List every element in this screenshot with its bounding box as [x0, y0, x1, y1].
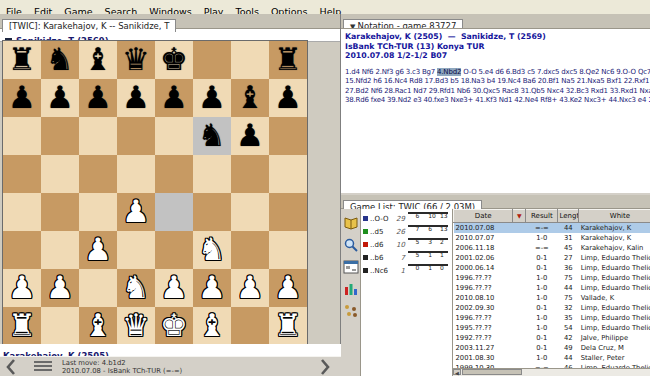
piece-black-pawn: ♟ [155, 79, 193, 117]
gamelist-toolbar [341, 209, 361, 376]
notation-details-line: 2010.07.08 1/2-1/2 B07 [345, 51, 650, 61]
square-c8[interactable]: ♝ [79, 41, 117, 79]
square-d3[interactable] [117, 231, 155, 269]
tree-move-label: ..b6 [370, 254, 392, 262]
piece-white-pawn: ♟ [155, 269, 193, 307]
tree-result-bar: 61013 [408, 213, 450, 225]
menu-icon[interactable] [34, 361, 52, 373]
square-a8[interactable]: ♜ [3, 41, 41, 79]
cell-result: 0-1 [526, 263, 558, 273]
game-row[interactable]: 2003.11.270-149Dela Cruz, M2381Nakamura,… [454, 343, 650, 353]
cell-spacer [513, 293, 526, 303]
cell-spacer [513, 303, 526, 313]
square-e6[interactable] [155, 117, 193, 155]
cell-spacer [513, 283, 526, 293]
cell-result: 1-0 [526, 323, 558, 333]
cell-result: 0-1 [526, 343, 558, 353]
piece-white-pawn: ♟ [3, 269, 41, 307]
piece-black-pawn: ♟ [193, 79, 231, 117]
square-f8[interactable] [193, 41, 231, 79]
piece-black-king: ♚ [155, 41, 193, 79]
piece-black-pawn: ♟ [269, 79, 307, 117]
square-d4[interactable]: ♟ [117, 193, 155, 231]
square-b4[interactable] [41, 193, 79, 231]
cell-date: 1996.??.?? [454, 313, 513, 323]
board-tab-row: [TWIC]: Karakehajov, K -- Sanikidze, T [0, 14, 340, 29]
square-e2[interactable]: ♟ [155, 269, 193, 307]
cell-spacer [513, 223, 526, 234]
cell-result: 0-1 [526, 333, 558, 343]
cell-white: Karakehajov, Kalin [579, 243, 650, 253]
cell-spacer [513, 253, 526, 263]
game-table-header: Date ▼ Result Length White W-Elo Black [454, 210, 650, 223]
square-b3[interactable] [41, 231, 79, 269]
square-f2[interactable]: ♟ [193, 269, 231, 307]
tree-move-label: ..d5 [370, 228, 392, 236]
piece-black-bishop: ♝ [231, 79, 269, 117]
column-result[interactable]: Result [526, 210, 558, 223]
cell-length: 54 [558, 323, 579, 333]
cell-result: 1-0 [526, 283, 558, 293]
cell-length: 44 [558, 353, 579, 363]
piece-black-pawn: ♟ [117, 79, 155, 117]
cell-spacer [513, 323, 526, 333]
tree-move-label: ..O-O [370, 215, 392, 223]
cell-length: 44 [558, 283, 579, 293]
piece-black-pawn: ♟ [231, 117, 269, 155]
tree-result-bar: 7613 [408, 226, 450, 238]
square-d5[interactable] [117, 155, 155, 193]
tree-move-label: ..Nc6 [370, 267, 392, 275]
tree-move-Nc6[interactable]: ..Nc61010 [361, 264, 452, 277]
square-e4[interactable] [155, 193, 193, 231]
piece-white-pawn: ♟ [231, 269, 269, 307]
current-move[interactable]: 4.Nbd2 [437, 68, 461, 76]
board-window-icon[interactable] [343, 259, 359, 275]
square-h7[interactable]: ♟ [269, 79, 307, 117]
menu-bar: FileEditGameSearchWindowsPlayToolsOption… [0, 0, 650, 15]
cell-date: 2002.09.30 [454, 303, 513, 313]
piece-white-queen: ♛ [117, 307, 155, 345]
square-b1[interactable] [41, 307, 79, 345]
cell-length: 31 [558, 233, 579, 243]
gamelist-content: ..O-O2961013..d5267613..d610532..b67511.… [341, 209, 650, 376]
move-list[interactable]: 1.d4 Nf6 2.Nf3 g6 3.c3 Bg7 4.Nbd2 O-O 5.… [345, 68, 650, 106]
tree-move-b6[interactable]: ..b67511 [361, 251, 452, 264]
event-text: 2010.07.08 - IsBank TCh-TUR (=-=) [62, 367, 292, 375]
cell-date: 2010.08.10 [454, 293, 513, 303]
square-f4[interactable] [193, 193, 231, 231]
piece-black-pawn: ♟ [3, 79, 41, 117]
tree-result-bar: 532 [408, 239, 450, 251]
cell-result: 1-0 [526, 293, 558, 303]
square-h6[interactable] [269, 117, 307, 155]
cell-spacer [513, 243, 526, 253]
cell-length: 32 [558, 303, 579, 313]
square-g7[interactable]: ♝ [231, 79, 269, 117]
cell-spacer [513, 343, 526, 353]
game-row[interactable]: 2001.02.060-127Limp, Eduardo Thelio2463Z… [454, 253, 650, 263]
cell-white: Limp, Eduardo Thelio [579, 323, 650, 333]
piece-white-rook: ♜ [269, 307, 307, 345]
square-c5[interactable] [79, 155, 117, 193]
game-table: Date ▼ Result Length White W-Elo Black 2… [453, 209, 650, 373]
chess-board[interactable]: ♜♞♝♛♚♜♟♟♟♟♟♟♝♟♞♟♟♟♞♟♟♞♟♟♟♟♜♝♛♚♝♜ [2, 40, 308, 346]
piece-white-bishop: ♝ [193, 307, 231, 345]
game-table-wrap: Date ▼ Result Length White W-Elo Black 2… [453, 209, 650, 376]
status-text: Last move: 4.b1d2 2010.07.08 - IsBank TC… [62, 359, 292, 375]
board-toolbar: Last move: 4.b1d2 2010.07.08 - IsBank TC… [0, 356, 341, 376]
game-row[interactable]: 1992.??.??0-142Jalve, Philippe2297Renet,… [454, 333, 650, 343]
square-f7[interactable]: ♟ [193, 79, 231, 117]
cell-length: 75 [558, 293, 579, 303]
piece-white-pawn: ♟ [79, 231, 117, 269]
move-tree-panel: ..O-O2961013..d5267613..d610532..b67511.… [361, 209, 453, 376]
square-a1[interactable]: ♜ [3, 307, 41, 345]
tree-bar-line [408, 238, 448, 240]
tree-dot-icon [363, 229, 368, 234]
notation-panel: Karakehajov, K (2505) — Sanikidze, T (25… [341, 28, 650, 193]
piece-white-bishop: ♝ [79, 307, 117, 345]
square-a5[interactable] [3, 155, 41, 193]
square-f5[interactable] [193, 155, 231, 193]
tree-result-bar: 010 [408, 265, 450, 277]
piece-white-king: ♚ [155, 307, 193, 345]
last-move-text: Last move: 4.b1d2 [62, 359, 292, 367]
cell-length: 45 [558, 243, 579, 253]
square-d7[interactable]: ♟ [117, 79, 155, 117]
square-a4[interactable] [3, 193, 41, 231]
tree-move-d6[interactable]: ..d610532 [361, 238, 452, 251]
game-row[interactable]: 2002.09.300-132Limp, Eduardo Thelio2380B… [454, 303, 650, 313]
piece-white-pawn: ♟ [41, 269, 79, 307]
tree-move-d5[interactable]: ..d5267613 [361, 225, 452, 238]
square-d8[interactable]: ♛ [117, 41, 155, 79]
piece-black-queen: ♛ [117, 41, 155, 79]
tree-dot-icon [363, 242, 368, 247]
move-line-1[interactable]: 1.d4 Nf6 2.Nf3 g6 3.c3 Bg7 4.Nbd2 O-O 5.… [345, 68, 650, 78]
tree-move-label: ..d6 [370, 241, 392, 249]
cell-date: 1996.??.?? [454, 283, 513, 293]
cell-spacer [513, 263, 526, 273]
piece-white-pawn: ♟ [269, 269, 307, 307]
cell-date: 1996.??.?? [454, 273, 513, 283]
board-panel: [TWIC]: Karakehajov, K -- Sanikidze, T S… [0, 14, 341, 376]
game-row[interactable]: 2010.07.071-031Karakehajov, K2505Mamedov… [454, 233, 650, 243]
tree-move-count: 29 [392, 215, 405, 223]
square-c7[interactable]: ♟ [79, 79, 117, 117]
cell-date: 2003.11.27 [454, 343, 513, 353]
cell-white: Limp, Eduardo Thelio [579, 263, 650, 273]
piece-white-pawn: ♟ [117, 193, 155, 231]
game-row[interactable]: 1996.??.??1-044Limp, Eduardo Thelio2480M… [454, 283, 650, 293]
square-b2[interactable]: ♟ [41, 269, 79, 307]
game-row[interactable]: 2010.07.08=-=44Karakehajov, K2505Sanikid… [454, 223, 650, 234]
square-f1[interactable]: ♝ [193, 307, 231, 345]
cell-result: 1-0 [526, 353, 558, 363]
square-g2[interactable]: ♟ [231, 269, 269, 307]
square-d1[interactable]: ♛ [117, 307, 155, 345]
cell-date: 2001.02.06 [454, 253, 513, 263]
tree-bar-line [408, 225, 448, 227]
cell-result: =-= [526, 243, 558, 253]
tree-dot-icon [363, 268, 368, 273]
square-e3[interactable] [155, 231, 193, 269]
notation-tab-row: ▼ Notation - game 83727 [341, 14, 650, 29]
cell-result: 1-0 [526, 313, 558, 323]
cell-length: 49 [558, 343, 579, 353]
cell-date: 2010.07.08 [454, 223, 513, 234]
cell-spacer [513, 333, 526, 343]
game-row[interactable]: 2006.11.18=-=45Karakehajov, Kalin2386Ste… [454, 243, 650, 253]
tree-move-count: 7 [392, 254, 405, 262]
cell-white: Karakehajov, K [579, 223, 650, 234]
cell-result: 1-0 [526, 233, 558, 243]
notation-event-line: IsBank TCh-TUR (13) Konya TUR [345, 42, 650, 52]
square-g5[interactable] [231, 155, 269, 193]
piece-black-rook: ♜ [3, 41, 41, 79]
cell-result: =-= [526, 223, 558, 234]
piece-black-knight: ♞ [41, 41, 79, 79]
tree-bar-line [408, 251, 448, 253]
piece-black-pawn: ♟ [79, 79, 117, 117]
square-c2[interactable] [79, 269, 117, 307]
cell-white: Limp, Eduardo Thelio [579, 303, 650, 313]
square-e7[interactable]: ♟ [155, 79, 193, 117]
dots-icon[interactable] [343, 303, 359, 319]
right-panel: ▼ Notation - game 83727 Karakehajov, K (… [341, 14, 650, 376]
application-window: FileEditGameSearchWindowsPlayToolsOption… [0, 0, 650, 376]
search-icon[interactable] [343, 237, 359, 253]
square-c4[interactable] [79, 193, 117, 231]
square-c1[interactable]: ♝ [79, 307, 117, 345]
tree-bar-line [408, 212, 448, 214]
square-a2[interactable]: ♟ [3, 269, 41, 307]
square-b7[interactable]: ♟ [41, 79, 79, 117]
cell-white: Limp, Eduardo Thelio [579, 273, 650, 283]
piece-black-pawn: ♟ [41, 79, 79, 117]
square-h5[interactable] [269, 155, 307, 193]
cell-white: Karakehajov, K [579, 233, 650, 243]
cell-length: 35 [558, 313, 579, 323]
column-date[interactable]: Date [454, 210, 513, 223]
tree-move-count: 10 [392, 241, 405, 249]
cell-length: 42 [558, 333, 579, 343]
game-row[interactable]: 2001.08.301-044Staller, Peter2318Ivanov,… [454, 353, 650, 363]
game-row[interactable]: 2000.06.140-136Limp, Eduardo Thelio2420L… [454, 263, 650, 273]
gamelist-tab-row: Game List: TWIC (66 / 2.03M) [341, 195, 650, 209]
cell-spacer [513, 353, 526, 363]
piece-white-knight: ♞ [193, 231, 231, 269]
tree-move-count: 26 [392, 228, 405, 236]
column-white[interactable]: White [579, 210, 650, 223]
piece-black-knight: ♞ [193, 117, 231, 155]
cell-spacer [513, 273, 526, 283]
square-g3[interactable] [231, 231, 269, 269]
cell-result: 0-1 [526, 253, 558, 263]
game-row[interactable]: 2010.08.101-075Vallade, K2227Neverov, V [454, 293, 650, 303]
square-h1[interactable]: ♜ [269, 307, 307, 345]
cell-result: 0-1 [526, 303, 558, 313]
square-e8[interactable]: ♚ [155, 41, 193, 79]
piece-black-bishop: ♝ [79, 41, 117, 79]
square-g8[interactable] [231, 41, 269, 79]
cell-length: 36 [558, 263, 579, 273]
cell-result: 1-0 [526, 273, 558, 283]
cell-date: 2010.07.07 [454, 233, 513, 243]
cell-date: 2001.08.30 [454, 353, 513, 363]
square-f3[interactable]: ♞ [193, 231, 231, 269]
square-b8[interactable]: ♞ [41, 41, 79, 79]
square-b6[interactable] [41, 117, 79, 155]
square-c3[interactable]: ♟ [79, 231, 117, 269]
cell-white: Staller, Peter [579, 353, 650, 363]
square-h2[interactable]: ♟ [269, 269, 307, 307]
cell-spacer [513, 313, 526, 323]
game-row[interactable]: 1996.??.??1-075Limp, Eduardo Thelio2480R… [454, 273, 650, 283]
cell-date: 2000.06.14 [454, 263, 513, 273]
piece-white-pawn: ♟ [193, 269, 231, 307]
cell-white: Dela Cruz, M [579, 343, 650, 353]
cell-white: Jalve, Philippe [579, 333, 650, 343]
square-g1[interactable] [231, 307, 269, 345]
cell-white: Limp, Eduardo Thelio [579, 283, 650, 293]
tree-dot-icon [363, 216, 368, 221]
move-line-2[interactable]: 15.Nfd2 h6 16.Nc4 Rd8 17.Bd3 b5 18.Na3 b… [345, 77, 650, 87]
square-a6[interactable] [3, 117, 41, 155]
square-c6[interactable] [79, 117, 117, 155]
square-g6[interactable]: ♟ [231, 117, 269, 155]
cell-length: 75 [558, 273, 579, 283]
square-d6[interactable] [117, 117, 155, 155]
cell-white: Vallade, K [579, 293, 650, 303]
square-h8[interactable]: ♜ [269, 41, 307, 79]
sort-icon[interactable]: ▼ [513, 210, 526, 223]
square-e1[interactable]: ♚ [155, 307, 193, 345]
square-a3[interactable] [3, 231, 41, 269]
tree-move-count: 1 [392, 267, 405, 275]
cell-length: 44 [558, 223, 579, 234]
square-b5[interactable] [41, 155, 79, 193]
square-e5[interactable] [155, 155, 193, 193]
cell-date: 1995.??.?? [454, 323, 513, 333]
square-g4[interactable] [231, 193, 269, 231]
column-length[interactable]: Length [558, 210, 579, 223]
bar-chart-icon[interactable] [343, 281, 359, 297]
book-icon[interactable] [343, 215, 359, 231]
next-move-button[interactable] [318, 358, 332, 376]
cell-date: 2006.11.18 [454, 243, 513, 253]
cell-white: Limp, Eduardo Thelio [579, 253, 650, 263]
tree-bar-line [408, 264, 448, 266]
square-h3[interactable] [269, 231, 307, 269]
square-a7[interactable]: ♟ [3, 79, 41, 117]
game-row[interactable]: 1995.??.??1-054Limp, Eduardo Thelio2460P… [454, 323, 650, 333]
square-h4[interactable] [269, 193, 307, 231]
piece-black-rook: ♜ [269, 41, 307, 79]
square-f6[interactable]: ♞ [193, 117, 231, 155]
tree-move-O-O[interactable]: ..O-O2961013 [361, 212, 452, 225]
piece-white-rook: ♜ [3, 307, 41, 345]
previous-move-button[interactable] [4, 358, 18, 376]
notation-players-line: Karakehajov, K (2505) — Sanikidze, T (25… [345, 32, 650, 42]
tree-result-bar: 511 [408, 252, 450, 264]
game-row[interactable]: 1996.??.??1-035Limp, Eduardo Thelio2480T… [454, 313, 650, 323]
cell-spacer [513, 233, 526, 243]
cell-white: Limp, Eduardo Thelio [579, 313, 650, 323]
cell-length: 27 [558, 253, 579, 263]
piece-white-knight: ♞ [117, 269, 155, 307]
tree-dot-icon [363, 255, 368, 260]
horizontal-scrollbar[interactable]: ◀ [453, 368, 650, 376]
move-line-4[interactable]: 38.Rd6 fxe4 39.Nd2 e3 40.fxe3 Nxe3+ 41.K… [345, 96, 650, 106]
square-d2[interactable]: ♞ [117, 269, 155, 307]
cell-date: 1992.??.?? [454, 333, 513, 343]
move-line-3[interactable]: 27.Bd2 Nf6 28.Rac1 Nd7 29.Rfd1 Nb6 30.Qx… [345, 87, 650, 97]
